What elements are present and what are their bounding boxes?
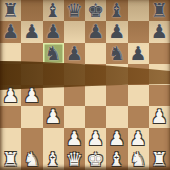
piece-black-pawn[interactable]: ♟ — [45, 22, 62, 41]
square-d7[interactable] — [64, 21, 85, 42]
square-b6[interactable] — [21, 43, 42, 64]
piece-white-pawn[interactable]: ♟ — [87, 129, 104, 148]
piece-black-bishop[interactable]: ♝ — [108, 1, 125, 20]
square-c1[interactable]: ♝ — [43, 149, 64, 170]
square-h2[interactable] — [149, 128, 170, 149]
piece-black-knight[interactable]: ♞ — [108, 44, 125, 63]
square-c8[interactable]: ♝ — [43, 0, 64, 21]
square-g3[interactable] — [128, 106, 149, 127]
piece-black-rook[interactable]: ♜ — [2, 1, 19, 20]
square-f5[interactable] — [106, 64, 127, 85]
square-a7[interactable]: ♟ — [0, 21, 21, 42]
square-c2[interactable] — [43, 128, 64, 149]
piece-black-rook[interactable]: ♜ — [151, 1, 168, 20]
piece-black-knight[interactable]: ♞ — [45, 44, 62, 63]
square-e8[interactable]: ♚ — [85, 0, 106, 21]
square-b1[interactable]: ♞ — [21, 149, 42, 170]
square-a5[interactable] — [0, 64, 21, 85]
piece-black-pawn[interactable]: ♟ — [108, 22, 125, 41]
square-d6[interactable]: ♟ — [64, 43, 85, 64]
square-g2[interactable]: ♟ — [128, 128, 149, 149]
square-c4[interactable] — [43, 85, 64, 106]
square-d5[interactable] — [64, 64, 85, 85]
square-b3[interactable] — [21, 106, 42, 127]
square-f1[interactable]: ♝ — [106, 149, 127, 170]
square-h1[interactable]: ♜ — [149, 149, 170, 170]
square-h6[interactable] — [149, 43, 170, 64]
piece-black-pawn[interactable]: ♟ — [2, 22, 19, 41]
square-b7[interactable]: ♟ — [21, 21, 42, 42]
square-g6[interactable]: ♟ — [128, 43, 149, 64]
piece-white-bishop[interactable]: ♝ — [45, 150, 62, 169]
square-f6[interactable]: ♞ — [106, 43, 127, 64]
piece-black-pawn[interactable]: ♟ — [23, 22, 40, 41]
square-e5[interactable] — [85, 64, 106, 85]
square-c3[interactable]: ♟ — [43, 106, 64, 127]
square-b2[interactable] — [21, 128, 42, 149]
square-h8[interactable]: ♜ — [149, 0, 170, 21]
piece-white-rook[interactable]: ♜ — [151, 150, 168, 169]
square-a8[interactable]: ♜ — [0, 0, 21, 21]
square-e1[interactable]: ♚ — [85, 149, 106, 170]
piece-black-bishop[interactable]: ♝ — [45, 1, 62, 20]
piece-white-pawn[interactable]: ♟ — [108, 129, 125, 148]
square-a1[interactable]: ♜ — [0, 149, 21, 170]
square-f7[interactable]: ♟ — [106, 21, 127, 42]
square-a4[interactable]: ♟ — [0, 85, 21, 106]
piece-white-rook[interactable]: ♜ — [2, 150, 19, 169]
piece-white-queen[interactable]: ♛ — [66, 150, 83, 169]
piece-black-pawn[interactable]: ♟ — [130, 44, 147, 63]
square-g7[interactable] — [128, 21, 149, 42]
chess-board: ♜♝♛♚♝♜♟♟♟♟♟♟♞♟♞♟♟♟♟♟♟♟♟♟♜♞♝♛♚♝♞♜ — [0, 0, 170, 170]
square-e7[interactable]: ♟ — [85, 21, 106, 42]
square-e2[interactable]: ♟ — [85, 128, 106, 149]
square-e3[interactable] — [85, 106, 106, 127]
square-b8[interactable] — [21, 0, 42, 21]
square-h5[interactable] — [149, 64, 170, 85]
square-b5[interactable] — [21, 64, 42, 85]
square-f3[interactable] — [106, 106, 127, 127]
piece-black-pawn[interactable]: ♟ — [66, 44, 83, 63]
square-g5[interactable] — [128, 64, 149, 85]
chess-board-screenshot: ♜♝♛♚♝♜♟♟♟♟♟♟♞♟♞♟♟♟♟♟♟♟♟♟♜♞♝♛♚♝♞♜ — [0, 0, 170, 170]
piece-black-king[interactable]: ♚ — [87, 1, 104, 20]
square-h3[interactable]: ♟ — [149, 106, 170, 127]
square-d3[interactable] — [64, 106, 85, 127]
square-a6[interactable] — [0, 43, 21, 64]
square-f8[interactable]: ♝ — [106, 0, 127, 21]
square-f4[interactable] — [106, 85, 127, 106]
square-b4[interactable]: ♟ — [21, 85, 42, 106]
piece-black-pawn[interactable]: ♟ — [151, 22, 168, 41]
piece-white-knight[interactable]: ♞ — [23, 150, 40, 169]
square-c7[interactable]: ♟ — [43, 21, 64, 42]
square-h4[interactable] — [149, 85, 170, 106]
square-c6[interactable]: ♞ — [43, 43, 64, 64]
piece-white-knight[interactable]: ♞ — [130, 150, 147, 169]
square-a2[interactable] — [0, 128, 21, 149]
square-d2[interactable]: ♟ — [64, 128, 85, 149]
square-c5[interactable] — [43, 64, 64, 85]
piece-white-pawn[interactable]: ♟ — [2, 86, 19, 105]
square-g1[interactable]: ♞ — [128, 149, 149, 170]
square-h7[interactable]: ♟ — [149, 21, 170, 42]
piece-black-pawn[interactable]: ♟ — [87, 22, 104, 41]
square-d4[interactable] — [64, 85, 85, 106]
square-d1[interactable]: ♛ — [64, 149, 85, 170]
piece-white-pawn[interactable]: ♟ — [45, 107, 62, 126]
square-e4[interactable] — [85, 85, 106, 106]
piece-white-pawn[interactable]: ♟ — [23, 86, 40, 105]
square-a3[interactable] — [0, 106, 21, 127]
square-g4[interactable] — [128, 85, 149, 106]
piece-black-queen[interactable]: ♛ — [66, 1, 83, 20]
square-e6[interactable] — [85, 43, 106, 64]
piece-white-pawn[interactable]: ♟ — [130, 129, 147, 148]
piece-white-king[interactable]: ♚ — [87, 150, 104, 169]
piece-white-pawn[interactable]: ♟ — [151, 107, 168, 126]
square-g8[interactable] — [128, 0, 149, 21]
square-d8[interactable]: ♛ — [64, 0, 85, 21]
piece-white-pawn[interactable]: ♟ — [66, 129, 83, 148]
square-f2[interactable]: ♟ — [106, 128, 127, 149]
piece-white-bishop[interactable]: ♝ — [108, 150, 125, 169]
